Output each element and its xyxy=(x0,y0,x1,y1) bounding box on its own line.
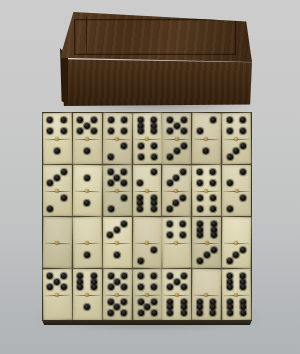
pip xyxy=(151,273,157,279)
pip xyxy=(61,169,67,175)
pip xyxy=(211,232,217,238)
tile-half-bottom-1 xyxy=(192,138,221,164)
pip xyxy=(167,128,173,134)
brass-spinner xyxy=(145,189,149,193)
tile-half-top-6 xyxy=(192,217,221,243)
domino-tile-2-6[interactable] xyxy=(133,165,162,216)
domino-tile-5-1[interactable] xyxy=(73,113,102,164)
pip xyxy=(181,284,187,290)
pip xyxy=(91,117,97,123)
pip xyxy=(137,310,143,316)
pip xyxy=(226,117,232,123)
brass-spinner xyxy=(85,240,89,244)
pip xyxy=(54,279,60,285)
pip xyxy=(121,128,127,134)
pip xyxy=(107,284,113,290)
pip xyxy=(151,169,157,175)
pip xyxy=(91,128,97,134)
pip xyxy=(211,195,217,201)
pip xyxy=(210,169,216,175)
tile-half-top-2 xyxy=(222,165,251,191)
pip xyxy=(77,284,83,290)
tile-half-bottom-1 xyxy=(103,243,132,269)
pip xyxy=(227,310,233,316)
pip xyxy=(114,252,120,258)
tile-half-top-5 xyxy=(103,269,132,295)
pip xyxy=(227,128,233,134)
domino-tile-0-0[interactable] xyxy=(43,217,72,268)
domino-tile-4-3[interactable] xyxy=(222,113,251,164)
pip xyxy=(151,284,157,290)
pip xyxy=(121,143,127,149)
pip xyxy=(55,148,61,154)
pip xyxy=(107,206,113,212)
brass-spinner xyxy=(235,189,239,193)
tile-half-bottom-3 xyxy=(222,242,251,268)
pip xyxy=(181,310,187,316)
brass-spinner xyxy=(55,136,59,140)
brass-spinner xyxy=(145,240,149,244)
pip xyxy=(204,148,210,154)
brass-spinner xyxy=(85,137,89,141)
tile-half-top-1 xyxy=(73,165,102,191)
tile-half-bottom-2 xyxy=(103,190,132,216)
tile-half-top-4 xyxy=(222,113,251,139)
pip xyxy=(167,180,173,186)
brass-spinner xyxy=(85,293,89,297)
pip xyxy=(181,169,187,175)
pip xyxy=(47,117,53,123)
pip xyxy=(137,180,143,186)
pip xyxy=(227,180,233,186)
pip xyxy=(197,310,203,316)
wood-grain xyxy=(60,54,252,106)
tile-half-bottom-6 xyxy=(133,191,162,217)
pip xyxy=(137,128,143,134)
pip xyxy=(151,310,157,316)
domino-tile-4-4[interactable] xyxy=(192,165,221,216)
domino-tile-0-3[interactable] xyxy=(222,217,251,268)
domino-tile-6-4[interactable] xyxy=(132,113,161,164)
domino-tile-0-1[interactable] xyxy=(73,217,102,268)
pip xyxy=(114,304,120,310)
tile-half-top-6 xyxy=(132,113,161,139)
pip xyxy=(241,310,247,316)
pip xyxy=(227,284,233,290)
tile-half-bottom-3 xyxy=(162,139,191,165)
pip xyxy=(174,200,180,206)
pip xyxy=(84,148,90,154)
tile-half-bottom-2 xyxy=(102,138,131,164)
domino-tile-2-1[interactable] xyxy=(192,113,221,164)
tile-half-bottom-0 xyxy=(43,242,72,268)
domino-tile-3-3[interactable] xyxy=(162,165,191,216)
domino-tile-6-3[interactable] xyxy=(192,217,221,268)
domino-tile-5-0[interactable] xyxy=(43,269,72,320)
pip xyxy=(240,195,246,201)
pip xyxy=(211,247,217,253)
pip xyxy=(144,304,150,310)
pip xyxy=(84,175,90,181)
tile-half-bottom-4 xyxy=(192,190,221,216)
pip xyxy=(197,258,203,264)
pip xyxy=(137,206,143,212)
pip xyxy=(167,284,173,290)
pip xyxy=(151,247,157,253)
tile-half-bottom-2 xyxy=(132,242,161,268)
pip xyxy=(174,148,180,154)
tile-half-top-2 xyxy=(192,113,221,139)
pip xyxy=(197,232,203,238)
brass-spinner xyxy=(55,292,59,296)
pip xyxy=(47,273,53,279)
tile-half-top-6 xyxy=(222,269,251,295)
pip xyxy=(107,232,113,238)
pip xyxy=(241,143,247,149)
pip xyxy=(211,206,217,212)
tile-half-top-4 xyxy=(192,165,221,191)
block-front-edge xyxy=(42,320,252,325)
pip xyxy=(181,117,187,123)
pip xyxy=(121,169,127,175)
pip xyxy=(240,247,246,253)
pip xyxy=(114,175,120,181)
tile-half-bottom-4 xyxy=(133,138,162,164)
pip xyxy=(107,154,113,160)
pip xyxy=(197,128,203,134)
tile-half-bottom-0 xyxy=(162,242,191,268)
box-sliding-lid[interactable] xyxy=(60,10,252,62)
pip xyxy=(197,180,203,186)
pip xyxy=(181,273,187,279)
tile-half-top-5 xyxy=(102,165,131,191)
brass-spinner xyxy=(145,292,149,296)
photo-scene xyxy=(0,0,300,354)
domino-block xyxy=(42,112,254,328)
tile-half-top-5 xyxy=(162,113,191,139)
pip xyxy=(137,273,143,279)
pip xyxy=(167,221,173,227)
pip xyxy=(114,279,120,285)
pip xyxy=(167,310,173,316)
tile-half-top-6 xyxy=(73,269,102,295)
pip xyxy=(226,258,232,264)
pip xyxy=(61,284,67,290)
pip xyxy=(77,128,83,134)
domino-tile-6-1[interactable] xyxy=(73,269,102,320)
domino-tile-0-6[interactable] xyxy=(192,269,221,320)
pip xyxy=(167,154,173,160)
pip xyxy=(121,299,127,305)
domino-tile-0-2[interactable] xyxy=(132,217,161,268)
tile-half-top-3 xyxy=(43,165,72,191)
lid-notch xyxy=(86,17,87,55)
pip xyxy=(151,206,157,212)
domino-tile-5-6[interactable] xyxy=(162,269,191,320)
brass-spinner xyxy=(175,293,179,297)
pip xyxy=(114,227,120,233)
tile-half-top-5 xyxy=(162,269,191,295)
pip xyxy=(47,206,53,212)
brass-spinner xyxy=(55,189,59,193)
pip xyxy=(151,299,157,305)
pip xyxy=(174,123,180,129)
box-front-face xyxy=(60,54,252,106)
domino-tile-3-2[interactable] xyxy=(43,165,72,216)
tile-half-top-5 xyxy=(43,269,72,295)
tile-half-top-5 xyxy=(73,113,102,139)
pip xyxy=(107,117,113,123)
pip xyxy=(84,200,90,206)
brass-spinner xyxy=(55,240,59,244)
pip xyxy=(181,128,187,134)
pip xyxy=(47,128,53,134)
pip xyxy=(107,128,113,134)
pip xyxy=(84,304,90,310)
pip xyxy=(240,128,246,134)
domino-tile-5-2[interactable] xyxy=(102,165,131,216)
domino-tile-5-3[interactable] xyxy=(162,113,191,164)
tile-half-bottom-1 xyxy=(73,139,102,165)
brass-spinner xyxy=(205,241,209,245)
brass-spinner xyxy=(145,136,149,140)
tile-half-bottom-1 xyxy=(43,138,72,164)
pip xyxy=(77,117,83,123)
tile-half-top-0 xyxy=(192,269,221,295)
tile-half-bottom-5 xyxy=(102,294,131,320)
pip xyxy=(121,221,127,227)
lid-groove xyxy=(74,19,236,55)
pip xyxy=(61,273,67,279)
brass-spinner xyxy=(85,188,89,192)
tile-half-top-0 xyxy=(73,217,102,243)
brass-spinner xyxy=(115,136,119,140)
pip xyxy=(167,273,173,279)
pip xyxy=(181,221,187,227)
pip xyxy=(211,117,217,123)
tile-half-top-3 xyxy=(103,217,132,243)
tile-half-bottom-3 xyxy=(162,190,191,216)
tile-half-bottom-6 xyxy=(222,294,251,320)
tile-half-bottom-6 xyxy=(162,295,191,321)
pip xyxy=(204,252,210,258)
tile-half-top-4 xyxy=(162,217,191,243)
pip xyxy=(234,148,240,154)
tile-half-top-4 xyxy=(132,269,161,295)
pip xyxy=(197,195,203,201)
pip xyxy=(121,310,127,316)
tile-half-bottom-6 xyxy=(192,294,221,320)
pip xyxy=(47,180,53,186)
tile-half-bottom-5 xyxy=(133,294,162,320)
pip xyxy=(137,299,143,305)
domino-tile-4-0[interactable] xyxy=(162,217,191,268)
pip xyxy=(107,273,113,279)
pip xyxy=(151,143,157,149)
pip xyxy=(61,117,67,123)
wooden-box xyxy=(60,10,252,106)
pip xyxy=(121,180,127,186)
tile-half-top-2 xyxy=(133,165,162,191)
tile-half-bottom-3 xyxy=(192,243,221,269)
brass-spinner xyxy=(115,292,119,296)
pip xyxy=(167,232,173,238)
domino-tile-4-5[interactable] xyxy=(132,269,161,320)
pip xyxy=(240,169,246,175)
tile-half-top-3 xyxy=(162,165,191,191)
pip xyxy=(211,180,217,186)
domino-tile-4-1[interactable] xyxy=(43,113,72,164)
tile-half-top-0 xyxy=(43,217,72,243)
tile-half-bottom-1 xyxy=(73,190,102,216)
pip xyxy=(107,299,113,305)
pip xyxy=(61,195,67,201)
pip xyxy=(233,252,239,258)
pip xyxy=(227,206,233,212)
brass-spinner xyxy=(115,241,119,245)
domino-tile-2-2[interactable] xyxy=(222,165,251,216)
pip xyxy=(174,279,180,285)
pip xyxy=(91,284,97,290)
pip xyxy=(167,117,173,123)
domino-grid xyxy=(42,112,252,321)
pip xyxy=(121,273,127,279)
pip xyxy=(84,252,90,258)
domino-tile-5-5[interactable] xyxy=(102,269,131,320)
tile-half-bottom-1 xyxy=(73,295,102,321)
pip xyxy=(137,258,143,264)
domino-tile-6-6[interactable] xyxy=(222,269,251,320)
tile-half-bottom-2 xyxy=(222,191,251,217)
pip xyxy=(137,143,143,149)
domino-tile-3-1[interactable] xyxy=(103,217,132,268)
pip xyxy=(167,206,173,212)
domino-tile-1-1[interactable] xyxy=(73,165,102,216)
brass-spinner xyxy=(115,188,119,192)
pip xyxy=(151,154,157,160)
pip xyxy=(197,169,203,175)
tile-half-top-4 xyxy=(43,113,72,139)
tile-half-bottom-3 xyxy=(222,138,251,164)
brass-spinner xyxy=(175,137,179,141)
tile-half-bottom-1 xyxy=(73,242,102,268)
tile-half-top-0 xyxy=(133,217,162,243)
pip xyxy=(181,232,187,238)
pip xyxy=(107,180,113,186)
pip xyxy=(107,310,113,316)
pip xyxy=(121,195,127,201)
tile-half-top-0 xyxy=(222,217,251,243)
pip xyxy=(151,128,157,134)
pip xyxy=(181,195,187,201)
pip xyxy=(210,310,216,316)
pip xyxy=(84,123,90,129)
pip xyxy=(121,284,127,290)
tile-half-bottom-2 xyxy=(43,191,72,217)
tile-half-top-4 xyxy=(103,113,132,139)
pip xyxy=(47,284,53,290)
pip xyxy=(137,284,143,290)
pip xyxy=(107,169,113,175)
domino-tile-4-2[interactable] xyxy=(102,113,131,164)
pip xyxy=(61,128,67,134)
pip xyxy=(174,175,180,181)
pip xyxy=(181,143,187,149)
pip xyxy=(137,154,143,160)
pip xyxy=(227,154,233,160)
pip xyxy=(121,117,127,123)
pip xyxy=(240,284,246,290)
tile-half-bottom-0 xyxy=(43,294,72,320)
pip xyxy=(240,117,246,123)
pip xyxy=(54,175,60,181)
pip xyxy=(197,206,203,212)
